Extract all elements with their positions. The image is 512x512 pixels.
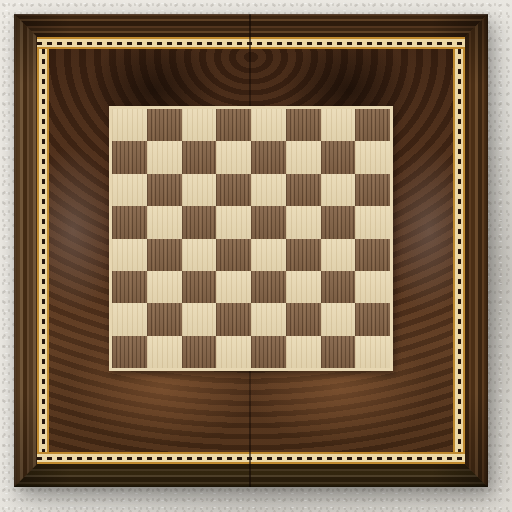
square-h3[interactable] <box>355 271 390 303</box>
square-b5[interactable] <box>147 206 182 238</box>
square-b8[interactable] <box>147 109 182 141</box>
marquetry-inlay-top <box>37 37 465 49</box>
square-c8[interactable] <box>182 109 217 141</box>
square-d4[interactable] <box>216 239 251 271</box>
square-g8[interactable] <box>321 109 356 141</box>
square-b2[interactable] <box>147 303 182 335</box>
square-f5[interactable] <box>286 206 321 238</box>
square-e6[interactable] <box>251 174 286 206</box>
square-f6[interactable] <box>286 174 321 206</box>
square-f7[interactable] <box>286 141 321 173</box>
square-g4[interactable] <box>321 239 356 271</box>
square-d2[interactable] <box>216 303 251 335</box>
marquetry-inlay-bottom <box>37 452 465 464</box>
square-d5[interactable] <box>216 206 251 238</box>
square-b4[interactable] <box>147 239 182 271</box>
square-c5[interactable] <box>182 206 217 238</box>
square-g2[interactable] <box>321 303 356 335</box>
square-h6[interactable] <box>355 174 390 206</box>
marquetry-inlay-right <box>453 49 465 452</box>
square-g5[interactable] <box>321 206 356 238</box>
square-d1[interactable] <box>216 336 251 368</box>
square-b3[interactable] <box>147 271 182 303</box>
square-c1[interactable] <box>182 336 217 368</box>
square-g7[interactable] <box>321 141 356 173</box>
square-h7[interactable] <box>355 141 390 173</box>
square-a6[interactable] <box>112 174 147 206</box>
chess-board <box>112 109 390 368</box>
square-h5[interactable] <box>355 206 390 238</box>
square-b6[interactable] <box>147 174 182 206</box>
square-e2[interactable] <box>251 303 286 335</box>
square-f3[interactable] <box>286 271 321 303</box>
square-c2[interactable] <box>182 303 217 335</box>
square-a1[interactable] <box>112 336 147 368</box>
square-d8[interactable] <box>216 109 251 141</box>
square-c3[interactable] <box>182 271 217 303</box>
square-c7[interactable] <box>182 141 217 173</box>
square-e8[interactable] <box>251 109 286 141</box>
square-d3[interactable] <box>216 271 251 303</box>
square-g1[interactable] <box>321 336 356 368</box>
square-d6[interactable] <box>216 174 251 206</box>
square-f2[interactable] <box>286 303 321 335</box>
square-a7[interactable] <box>112 141 147 173</box>
square-a2[interactable] <box>112 303 147 335</box>
square-g6[interactable] <box>321 174 356 206</box>
square-f4[interactable] <box>286 239 321 271</box>
square-h4[interactable] <box>355 239 390 271</box>
square-h8[interactable] <box>355 109 390 141</box>
marquetry-inlay-left <box>37 49 49 452</box>
square-b7[interactable] <box>147 141 182 173</box>
square-e3[interactable] <box>251 271 286 303</box>
square-a3[interactable] <box>112 271 147 303</box>
square-h2[interactable] <box>355 303 390 335</box>
square-c6[interactable] <box>182 174 217 206</box>
square-e5[interactable] <box>251 206 286 238</box>
square-a5[interactable] <box>112 206 147 238</box>
chess-board-case <box>14 14 488 487</box>
square-g3[interactable] <box>321 271 356 303</box>
square-d7[interactable] <box>216 141 251 173</box>
square-a4[interactable] <box>112 239 147 271</box>
square-c4[interactable] <box>182 239 217 271</box>
square-f8[interactable] <box>286 109 321 141</box>
square-f1[interactable] <box>286 336 321 368</box>
square-h1[interactable] <box>355 336 390 368</box>
square-b1[interactable] <box>147 336 182 368</box>
square-e7[interactable] <box>251 141 286 173</box>
square-a8[interactable] <box>112 109 147 141</box>
playing-surface <box>109 106 393 371</box>
countertop-background <box>0 0 512 512</box>
square-e1[interactable] <box>251 336 286 368</box>
square-e4[interactable] <box>251 239 286 271</box>
